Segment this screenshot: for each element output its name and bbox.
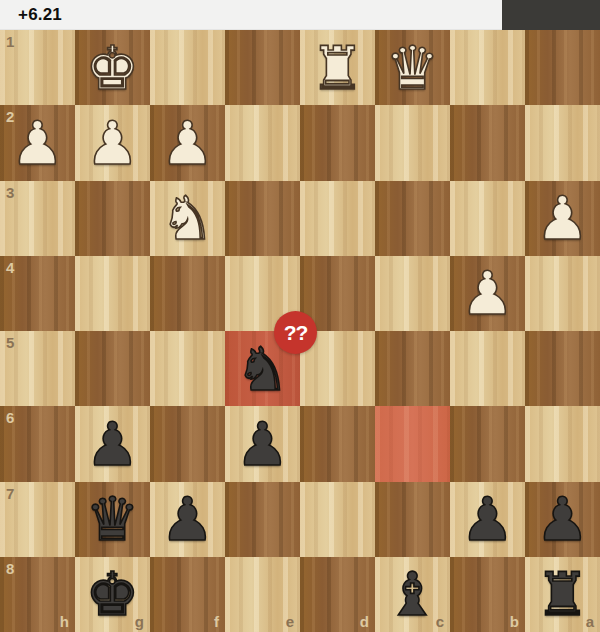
rank-label-8: 8 [6, 560, 14, 577]
white-rook-d1[interactable]: ♜ [300, 30, 375, 105]
blunder-badge-icon: ?? [274, 311, 317, 354]
square-h7[interactable]: 7 [0, 482, 75, 557]
square-d7[interactable] [300, 482, 375, 557]
square-e8[interactable]: e [225, 557, 300, 632]
rank-label-5: 5 [6, 334, 14, 351]
rank-label-4: 4 [6, 259, 14, 276]
black-pawn-g6[interactable]: ♟ [75, 406, 150, 481]
square-g2[interactable]: ♟ [75, 105, 150, 180]
file-label-g: g [135, 613, 144, 630]
evaluation-score: +6.21 [0, 5, 62, 25]
black-pawn-e6[interactable]: ♟ [225, 406, 300, 481]
square-g1[interactable]: ♚ [75, 30, 150, 105]
square-h8[interactable]: 8h [0, 557, 75, 632]
square-c2[interactable] [375, 105, 450, 180]
square-b2[interactable] [450, 105, 525, 180]
square-h1[interactable]: 1 [0, 30, 75, 105]
square-c6[interactable] [375, 406, 450, 481]
square-b8[interactable]: b [450, 557, 525, 632]
black-pawn-b7[interactable]: ♟ [450, 482, 525, 557]
rank-label-7: 7 [6, 485, 14, 502]
chess-board: 1♚♜♛2♟♟♟3♞♟4♟5♞??6♟♟7♛♟♟♟8hg♚fedc♝ba♜ [0, 30, 600, 632]
evaluation-bar-black-segment [502, 0, 600, 30]
square-a1[interactable] [525, 30, 600, 105]
rank-label-6: 6 [6, 409, 14, 426]
square-c8[interactable]: c♝ [375, 557, 450, 632]
square-g8[interactable]: g♚ [75, 557, 150, 632]
square-g4[interactable] [75, 256, 150, 331]
square-c7[interactable] [375, 482, 450, 557]
black-pawn-f7[interactable]: ♟ [150, 482, 225, 557]
square-f5[interactable] [150, 331, 225, 406]
black-pawn-a7[interactable]: ♟ [525, 482, 600, 557]
square-f6[interactable] [150, 406, 225, 481]
square-c5[interactable] [375, 331, 450, 406]
file-label-d: d [360, 613, 369, 630]
square-e2[interactable] [225, 105, 300, 180]
square-e5[interactable]: ♞?? [225, 331, 300, 406]
square-f3[interactable]: ♞ [150, 181, 225, 256]
white-pawn-h2[interactable]: ♟ [0, 105, 75, 180]
square-c4[interactable] [375, 256, 450, 331]
square-c1[interactable]: ♛ [375, 30, 450, 105]
square-b1[interactable] [450, 30, 525, 105]
square-b5[interactable] [450, 331, 525, 406]
square-g5[interactable] [75, 331, 150, 406]
square-a2[interactable] [525, 105, 600, 180]
white-knight-f3[interactable]: ♞ [150, 181, 225, 256]
square-d3[interactable] [300, 181, 375, 256]
square-h5[interactable]: 5 [0, 331, 75, 406]
square-f8[interactable]: f [150, 557, 225, 632]
white-pawn-g2[interactable]: ♟ [75, 105, 150, 180]
file-label-c: c [436, 613, 444, 630]
square-h6[interactable]: 6 [0, 406, 75, 481]
square-g3[interactable] [75, 181, 150, 256]
file-label-e: e [286, 613, 294, 630]
square-d1[interactable]: ♜ [300, 30, 375, 105]
evaluation-bar: +6.21 [0, 0, 600, 30]
square-b4[interactable]: ♟ [450, 256, 525, 331]
square-a7[interactable]: ♟ [525, 482, 600, 557]
rank-label-3: 3 [6, 184, 14, 201]
rank-label-1: 1 [6, 33, 14, 50]
file-label-f: f [214, 613, 219, 630]
square-g6[interactable]: ♟ [75, 406, 150, 481]
square-f1[interactable] [150, 30, 225, 105]
square-c3[interactable] [375, 181, 450, 256]
white-king-g1[interactable]: ♚ [75, 30, 150, 105]
square-f7[interactable]: ♟ [150, 482, 225, 557]
file-label-b: b [510, 613, 519, 630]
white-pawn-a3[interactable]: ♟ [525, 181, 600, 256]
square-h4[interactable]: 4 [0, 256, 75, 331]
square-f4[interactable] [150, 256, 225, 331]
square-a4[interactable] [525, 256, 600, 331]
square-e1[interactable] [225, 30, 300, 105]
file-label-h: h [60, 613, 69, 630]
square-a8[interactable]: a♜ [525, 557, 600, 632]
square-b7[interactable]: ♟ [450, 482, 525, 557]
square-d8[interactable]: d [300, 557, 375, 632]
square-d2[interactable] [300, 105, 375, 180]
file-label-a: a [586, 613, 594, 630]
square-d6[interactable] [300, 406, 375, 481]
square-a3[interactable]: ♟ [525, 181, 600, 256]
square-a6[interactable] [525, 406, 600, 481]
square-b3[interactable] [450, 181, 525, 256]
square-e7[interactable] [225, 482, 300, 557]
white-pawn-b4[interactable]: ♟ [450, 256, 525, 331]
square-h3[interactable]: 3 [0, 181, 75, 256]
square-b6[interactable] [450, 406, 525, 481]
square-e3[interactable] [225, 181, 300, 256]
black-queen-g7[interactable]: ♛ [75, 482, 150, 557]
square-e6[interactable]: ♟ [225, 406, 300, 481]
square-f2[interactable]: ♟ [150, 105, 225, 180]
white-queen-c1[interactable]: ♛ [375, 30, 450, 105]
square-a5[interactable] [525, 331, 600, 406]
square-h2[interactable]: 2♟ [0, 105, 75, 180]
white-pawn-f2[interactable]: ♟ [150, 105, 225, 180]
square-g7[interactable]: ♛ [75, 482, 150, 557]
